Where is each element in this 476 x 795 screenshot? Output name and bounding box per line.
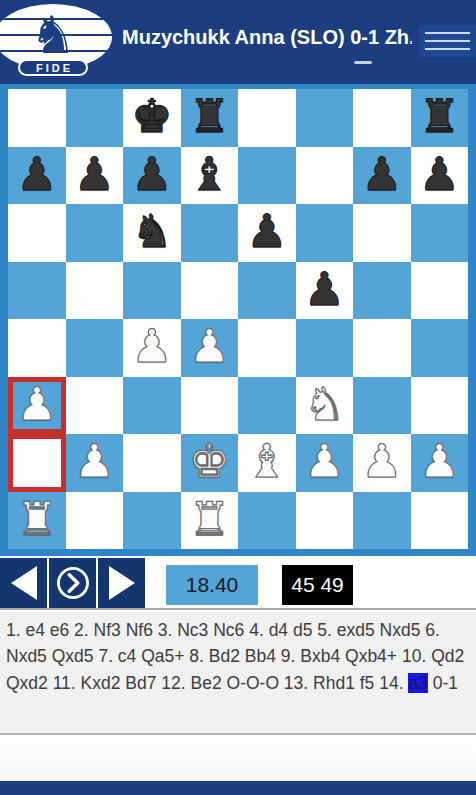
square-d8[interactable]: ♜ (181, 89, 239, 147)
black-pawn-e6: ♟ (246, 208, 287, 254)
square-c4[interactable]: ♟ (123, 319, 181, 377)
black-pawn-c7: ♟ (131, 151, 172, 197)
board-frame: ♚♜♜♟♟♟♝♟♟♞♟♟♟♟♟♞♟♚♝♟♟♟♜♜ (0, 84, 476, 556)
square-e6[interactable]: ♟ (238, 204, 296, 262)
footer-space (0, 737, 476, 781)
square-a3[interactable]: ♟ (8, 377, 66, 435)
square-b4[interactable] (66, 319, 124, 377)
square-f7[interactable] (296, 147, 354, 205)
black-knight-c6: ♞ (131, 208, 172, 254)
black-rook-h8: ♜ (419, 93, 460, 139)
square-c2[interactable] (123, 434, 181, 492)
square-f3[interactable]: ♞ (296, 377, 354, 435)
move-list[interactable]: 1. e4 e6 2. Nf3 Nf6 3. Nc3 Nc6 4. d4 d5 … (0, 612, 476, 735)
app-header: ♞ FIDE Muzychukk Anna (SLO) 0-1 Zh... (0, 0, 476, 84)
square-h6[interactable] (411, 204, 469, 262)
square-d7[interactable]: ♝ (181, 147, 239, 205)
previous-move-button[interactable] (0, 558, 47, 608)
square-d1[interactable]: ♜ (181, 492, 239, 550)
square-e4[interactable] (238, 319, 296, 377)
square-g6[interactable] (353, 204, 411, 262)
next-move-button[interactable] (98, 558, 145, 608)
black-pawn-h7: ♟ (419, 151, 460, 197)
square-h2[interactable]: ♟ (411, 434, 469, 492)
fide-logo-text: FIDE (18, 59, 88, 76)
square-e1[interactable] (238, 492, 296, 550)
black-pawn-f5: ♟ (304, 266, 345, 312)
white-rook-d1: ♜ (189, 496, 230, 542)
square-e2[interactable]: ♝ (238, 434, 296, 492)
square-b3[interactable] (66, 377, 124, 435)
square-f6[interactable] (296, 204, 354, 262)
square-g7[interactable]: ♟ (353, 147, 411, 205)
white-knight-f3: ♞ (304, 381, 345, 427)
white-pawn-f2: ♟ (304, 438, 345, 484)
chess-board: ♚♜♜♟♟♟♝♟♟♞♟♟♟♟♟♞♟♚♝♟♟♟♜♜ (8, 89, 468, 549)
white-pawn-h2: ♟ (419, 438, 460, 484)
square-a8[interactable] (8, 89, 66, 147)
square-d2[interactable]: ♚ (181, 434, 239, 492)
fide-logo: ♞ FIDE (0, 4, 114, 76)
square-b5[interactable] (66, 262, 124, 320)
white-pawn-a3: ♟ (16, 381, 57, 427)
black-clock: 45 49 (282, 565, 353, 605)
square-a5[interactable] (8, 262, 66, 320)
square-g8[interactable] (353, 89, 411, 147)
black-pawn-g7: ♟ (361, 151, 402, 197)
square-h1[interactable] (411, 492, 469, 550)
square-d6[interactable] (181, 204, 239, 262)
white-king-d2: ♚ (189, 438, 230, 484)
nav-bar: 18.40 45 49 (0, 556, 476, 610)
square-b2[interactable]: ♟ (66, 434, 124, 492)
black-king-c8: ♚ (131, 93, 172, 139)
white-pawn-d4: ♟ (189, 323, 230, 369)
square-h8[interactable]: ♜ (411, 89, 469, 147)
next-icon (109, 566, 135, 600)
selected-move[interactable]: a3 (408, 673, 427, 693)
square-e5[interactable] (238, 262, 296, 320)
square-h4[interactable] (411, 319, 469, 377)
square-g3[interactable] (353, 377, 411, 435)
chess-app: ♞ FIDE Muzychukk Anna (SLO) 0-1 Zh... ♚♜… (0, 0, 476, 795)
white-pawn-c4: ♟ (131, 323, 172, 369)
title-underline (354, 61, 372, 64)
square-c5[interactable] (123, 262, 181, 320)
square-f1[interactable] (296, 492, 354, 550)
black-pawn-b7: ♟ (74, 151, 115, 197)
knight-logo-icon: ♞ (30, 9, 77, 61)
black-bishop-d7: ♝ (189, 151, 230, 197)
square-g1[interactable] (353, 492, 411, 550)
square-f5[interactable]: ♟ (296, 262, 354, 320)
white-rook-a1: ♜ (16, 496, 57, 542)
square-b8[interactable] (66, 89, 124, 147)
previous-icon (11, 566, 37, 600)
square-c3[interactable] (123, 377, 181, 435)
black-pawn-a7: ♟ (16, 151, 57, 197)
square-c6[interactable]: ♞ (123, 204, 181, 262)
white-clock: 18.40 (166, 565, 258, 605)
square-a7[interactable]: ♟ (8, 147, 66, 205)
square-g5[interactable] (353, 262, 411, 320)
square-b6[interactable] (66, 204, 124, 262)
square-e7[interactable] (238, 147, 296, 205)
square-d5[interactable] (181, 262, 239, 320)
square-f8[interactable] (296, 89, 354, 147)
square-a6[interactable] (8, 204, 66, 262)
moves-before[interactable]: 1. e4 e6 2. Nf3 Nf6 3. Nc3 Nc6 4. d4 d5 … (6, 620, 464, 693)
square-g4[interactable] (353, 319, 411, 377)
hamburger-menu-icon[interactable] (419, 25, 476, 57)
square-f4[interactable] (296, 319, 354, 377)
square-a4[interactable] (8, 319, 66, 377)
black-rook-d8: ♜ (189, 93, 230, 139)
square-b1[interactable] (66, 492, 124, 550)
square-e8[interactable] (238, 89, 296, 147)
square-b7[interactable]: ♟ (66, 147, 124, 205)
white-bishop-e2: ♝ (246, 438, 287, 484)
white-pawn-b2: ♟ (74, 438, 115, 484)
square-c1[interactable] (123, 492, 181, 550)
square-h3[interactable] (411, 377, 469, 435)
bottom-bar (0, 781, 476, 795)
square-e3[interactable] (238, 377, 296, 435)
square-d4[interactable]: ♟ (181, 319, 239, 377)
white-pawn-g2: ♟ (361, 438, 402, 484)
play-circle-icon (54, 564, 92, 602)
moves-after: 0-1 (428, 673, 458, 693)
square-c8[interactable]: ♚ (123, 89, 181, 147)
square-d3[interactable] (181, 377, 239, 435)
square-g2[interactable]: ♟ (353, 434, 411, 492)
square-a2[interactable] (8, 434, 66, 492)
square-h5[interactable] (411, 262, 469, 320)
square-a1[interactable]: ♜ (8, 492, 66, 550)
square-c7[interactable]: ♟ (123, 147, 181, 205)
square-h7[interactable]: ♟ (411, 147, 469, 205)
autoplay-button[interactable] (49, 558, 96, 608)
square-f2[interactable]: ♟ (296, 434, 354, 492)
